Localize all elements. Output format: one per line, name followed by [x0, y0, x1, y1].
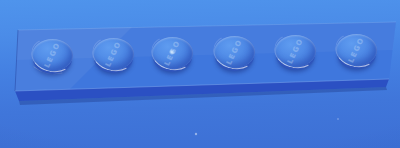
lego-plate	[0, 0, 400, 148]
photo-lego-plate: LEGO LEGO LEGO LEGO LEGO LEGO	[0, 0, 400, 148]
dust-specks	[195, 118, 339, 135]
